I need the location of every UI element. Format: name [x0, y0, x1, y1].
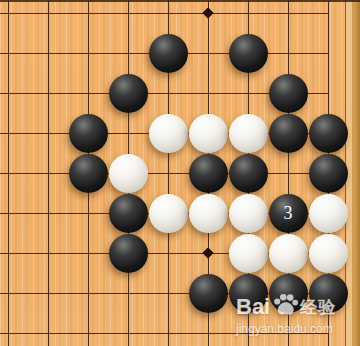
stone-white [229, 194, 268, 233]
top-border-line [0, 0, 360, 2]
stone-black [189, 274, 228, 313]
baidu-paw-icon [271, 292, 299, 322]
stone-white [309, 194, 348, 233]
stone-black [309, 154, 348, 193]
baidu-logo-cn: 经验 [300, 296, 336, 319]
stone-white [109, 154, 148, 193]
baidu-logo-latin: Bai [236, 294, 270, 320]
stone-black [309, 114, 348, 153]
go-board-diagram: 3 Bai 经验 jingyan.baidu.com [0, 0, 360, 346]
stone-white [229, 234, 268, 273]
stone-black [229, 34, 268, 73]
watermark-url: jingyan.baidu.com [236, 322, 348, 336]
stone-white [309, 234, 348, 273]
stone-white [149, 114, 188, 153]
baidu-logo: Bai 经验 [236, 292, 348, 320]
stone-white [189, 114, 228, 153]
move-number-label: 3 [284, 204, 293, 222]
stone-black [269, 74, 308, 113]
stone-black: 3 [269, 194, 308, 233]
stone-black [109, 194, 148, 233]
stone-black [109, 234, 148, 273]
stone-black [69, 114, 108, 153]
stone-white [149, 194, 188, 233]
stone-black [269, 114, 308, 153]
stone-black [149, 34, 188, 73]
stone-white [189, 194, 228, 233]
watermark: Bai 经验 jingyan.baidu.com [236, 292, 348, 336]
stone-black [189, 154, 228, 193]
stone-white [229, 114, 268, 153]
stone-black [229, 154, 268, 193]
stone-black [109, 74, 148, 113]
stone-black [69, 154, 108, 193]
stone-white [269, 234, 308, 273]
